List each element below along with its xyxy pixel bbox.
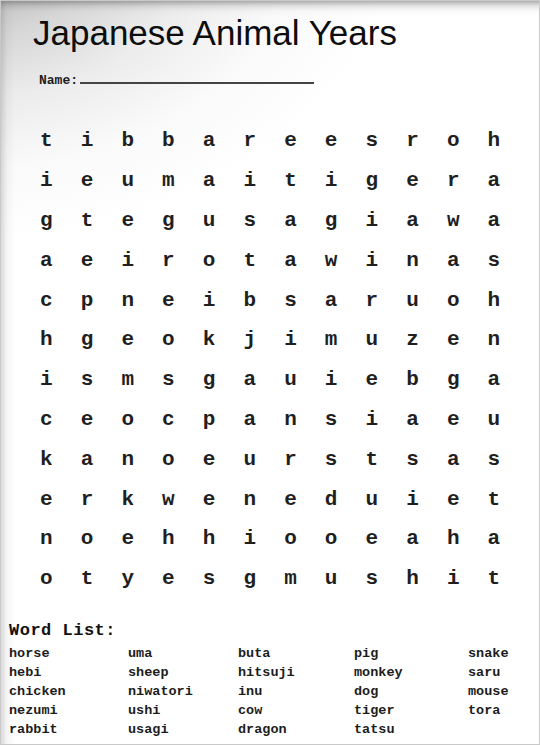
grid-cell-r3c5: u — [189, 201, 230, 241]
grid-cell-r1c3: b — [107, 121, 148, 161]
grid-cell-r8c5: p — [189, 400, 230, 440]
grid-cell-r10c2: r — [67, 479, 108, 519]
grid-cell-r10c11: e — [433, 479, 474, 519]
grid-cell-r12c8: u — [311, 559, 352, 599]
grid-cell-r12c3: y — [107, 559, 148, 599]
grid-cell-r9c12: s — [474, 439, 515, 479]
grid-cell-r4c6: t — [229, 240, 270, 280]
grid-cell-r5c11: o — [433, 280, 474, 320]
grid-cell-r1c10: r — [392, 121, 433, 161]
word-item-ushi: ushi — [128, 701, 238, 720]
grid-cell-r9c9: t — [352, 439, 393, 479]
word-item-sheep: sheep — [128, 663, 238, 682]
grid-cell-r1c12: h — [474, 121, 515, 161]
grid-cell-r7c1: i — [26, 360, 67, 400]
grid-cell-r6c7: i — [270, 320, 311, 360]
grid-cell-r11c5: h — [189, 519, 230, 559]
name-blank-line — [80, 69, 314, 84]
word-item-hebi: hebi — [9, 663, 128, 682]
grid-cell-r6c8: m — [311, 320, 352, 360]
grid-cell-r3c9: i — [352, 201, 393, 241]
grid-cell-r4c11: a — [433, 240, 474, 280]
word-list-grid: horseumabutapigsnakehebisheephitsujimonk… — [9, 644, 537, 739]
word-item-empty — [468, 720, 537, 739]
grid-cell-r12c2: t — [67, 559, 108, 599]
grid-cell-r9c3: n — [107, 439, 148, 479]
grid-cell-r2c4: m — [148, 161, 189, 201]
grid-cell-r9c4: o — [148, 439, 189, 479]
grid-cell-r11c10: a — [392, 519, 433, 559]
grid-cell-r6c4: o — [148, 320, 189, 360]
grid-cell-r6c3: e — [107, 320, 148, 360]
grid-cell-r4c9: i — [352, 240, 393, 280]
grid-cell-r1c9: s — [352, 121, 393, 161]
grid-cell-r10c4: w — [148, 479, 189, 519]
grid-cell-r7c7: u — [270, 360, 311, 400]
word-item-nezumi: nezumi — [9, 701, 128, 720]
grid-cell-r4c5: o — [189, 240, 230, 280]
grid-cell-r4c1: a — [26, 240, 67, 280]
grid-cell-r7c12: a — [474, 360, 515, 400]
word-item-chicken: chicken — [9, 682, 128, 701]
grid-cell-r5c12: h — [474, 280, 515, 320]
grid-cell-r2c5: a — [189, 161, 230, 201]
grid-cell-r9c1: k — [26, 439, 67, 479]
grid-cell-r11c9: e — [352, 519, 393, 559]
grid-cell-r3c8: g — [311, 201, 352, 241]
grid-cell-r7c8: i — [311, 360, 352, 400]
grid-cell-r10c7: e — [270, 479, 311, 519]
word-list-heading: Word List: — [9, 620, 537, 642]
word-item-uma: uma — [128, 644, 238, 663]
grid-cell-r3c3: e — [107, 201, 148, 241]
grid-cell-r4c10: n — [392, 240, 433, 280]
grid-cell-r5c3: n — [107, 280, 148, 320]
grid-cell-r6c10: z — [392, 320, 433, 360]
grid-cell-r10c8: d — [311, 479, 352, 519]
grid-cell-r10c3: k — [107, 479, 148, 519]
grid-cell-r1c4: b — [148, 121, 189, 161]
word-item-snake: snake — [468, 644, 537, 663]
grid-cell-r3c11: w — [433, 201, 474, 241]
grid-cell-r7c4: s — [148, 360, 189, 400]
grid-cell-r11c8: o — [311, 519, 352, 559]
word-item-buta: buta — [238, 644, 354, 663]
grid-cell-r6c11: e — [433, 320, 474, 360]
grid-cell-r5c1: c — [26, 280, 67, 320]
grid-cell-r8c4: c — [148, 400, 189, 440]
grid-cell-r4c3: i — [107, 240, 148, 280]
grid-cell-r4c12: s — [474, 240, 515, 280]
grid-cell-r11c7: o — [270, 519, 311, 559]
grid-cell-r9c2: a — [67, 439, 108, 479]
grid-cell-r5c4: e — [148, 280, 189, 320]
grid-cell-r8c12: u — [474, 400, 515, 440]
grid-cell-r11c11: h — [433, 519, 474, 559]
grid-cell-r9c7: r — [270, 439, 311, 479]
grid-cell-r2c8: i — [311, 161, 352, 201]
grid-cell-r11c3: e — [107, 519, 148, 559]
grid-cell-r5c5: i — [189, 280, 230, 320]
grid-cell-r12c1: o — [26, 559, 67, 599]
word-item-rabbit: rabbit — [9, 720, 128, 739]
grid-cell-r8c3: o — [107, 400, 148, 440]
name-row: Name: — [39, 69, 314, 88]
grid-cell-r8c2: e — [67, 400, 108, 440]
grid-cell-r5c8: a — [311, 280, 352, 320]
grid-cell-r2c1: i — [26, 161, 67, 201]
grid-cell-r1c8: e — [311, 121, 352, 161]
grid-cell-r5c10: u — [392, 280, 433, 320]
word-item-horse: horse — [9, 644, 128, 663]
grid-cell-r7c11: g — [433, 360, 474, 400]
word-item-usagi: usagi — [128, 720, 238, 739]
grid-cell-r12c10: h — [392, 559, 433, 599]
grid-cell-r7c10: b — [392, 360, 433, 400]
word-item-pig: pig — [354, 644, 468, 663]
grid-cell-r10c5: e — [189, 479, 230, 519]
grid-cell-r10c12: t — [474, 479, 515, 519]
grid-cell-r1c2: i — [67, 121, 108, 161]
word-item-dog: dog — [354, 682, 468, 701]
grid-cell-r12c5: s — [189, 559, 230, 599]
word-item-inu: inu — [238, 682, 354, 701]
word-item-dragon: dragon — [238, 720, 354, 739]
grid-cell-r12c12: t — [474, 559, 515, 599]
grid-cell-r8c7: n — [270, 400, 311, 440]
grid-cell-r7c5: g — [189, 360, 230, 400]
grid-cell-r4c8: w — [311, 240, 352, 280]
grid-cell-r11c12: a — [474, 519, 515, 559]
grid-cell-r12c11: i — [433, 559, 474, 599]
grid-cell-r5c2: p — [67, 280, 108, 320]
grid-cell-r8c6: a — [229, 400, 270, 440]
grid-cell-r3c12: a — [474, 201, 515, 241]
grid-cell-r10c10: i — [392, 479, 433, 519]
grid-cell-r2c10: e — [392, 161, 433, 201]
grid-cell-r4c2: e — [67, 240, 108, 280]
grid-cell-r11c2: o — [67, 519, 108, 559]
grid-cell-r8c8: s — [311, 400, 352, 440]
grid-cell-r5c7: s — [270, 280, 311, 320]
grid-cell-r9c11: a — [433, 439, 474, 479]
grid-cell-r1c1: t — [26, 121, 67, 161]
word-item-monkey: monkey — [354, 663, 468, 682]
grid-cell-r5c6: b — [229, 280, 270, 320]
word-item-tora: tora — [468, 701, 537, 720]
grid-cell-r2c7: t — [270, 161, 311, 201]
grid-cell-r7c9: e — [352, 360, 393, 400]
grid-cell-r12c9: s — [352, 559, 393, 599]
word-item-tiger: tiger — [354, 701, 468, 720]
grid-cell-r6c5: k — [189, 320, 230, 360]
grid-cell-r12c7: m — [270, 559, 311, 599]
grid-cell-r3c2: t — [67, 201, 108, 241]
grid-cell-r6c12: n — [474, 320, 515, 360]
grid-cell-r6c6: j — [229, 320, 270, 360]
worksheet-page: Japanese Animal Years Name: tibbareesroh… — [0, 0, 540, 745]
grid-cell-r4c4: r — [148, 240, 189, 280]
grid-cell-r3c10: a — [392, 201, 433, 241]
grid-cell-r8c10: a — [392, 400, 433, 440]
worksheet-screenshot: Japanese Animal Years Name: tibbareesroh… — [0, 0, 540, 745]
word-item-tatsu: tatsu — [354, 720, 468, 739]
grid-cell-r2c11: r — [433, 161, 474, 201]
grid-cell-r10c6: n — [229, 479, 270, 519]
grid-cell-r8c9: i — [352, 400, 393, 440]
grid-cell-r11c4: h — [148, 519, 189, 559]
grid-cell-r8c11: e — [433, 400, 474, 440]
grid-cell-r7c3: m — [107, 360, 148, 400]
grid-cell-r3c6: s — [229, 201, 270, 241]
grid-cell-r1c7: e — [270, 121, 311, 161]
grid-cell-r6c2: g — [67, 320, 108, 360]
word-item-hitsuji: hitsuji — [238, 663, 354, 682]
grid-cell-r10c1: e — [26, 479, 67, 519]
grid-cell-r1c5: a — [189, 121, 230, 161]
grid-cell-r3c7: a — [270, 201, 311, 241]
grid-cell-r9c8: s — [311, 439, 352, 479]
grid-cell-r2c3: u — [107, 161, 148, 201]
word-item-mouse: mouse — [468, 682, 537, 701]
grid-cell-r3c4: g — [148, 201, 189, 241]
grid-cell-r3c1: g — [26, 201, 67, 241]
grid-cell-r2c12: a — [474, 161, 515, 201]
grid-cell-r6c9: u — [352, 320, 393, 360]
grid-cell-r5c9: r — [352, 280, 393, 320]
grid-cell-r9c10: s — [392, 439, 433, 479]
word-list-section: Word List: horseumabutapigsnakehebisheep… — [9, 620, 537, 739]
word-item-saru: saru — [468, 663, 537, 682]
grid-cell-r10c9: u — [352, 479, 393, 519]
page-title: Japanese Animal Years — [33, 9, 397, 57]
grid-cell-r2c6: i — [229, 161, 270, 201]
grid-cell-r12c6: g — [229, 559, 270, 599]
word-item-niwatori: niwatori — [128, 682, 238, 701]
grid-cell-r2c2: e — [67, 161, 108, 201]
grid-cell-r4c7: a — [270, 240, 311, 280]
grid-cell-r6c1: h — [26, 320, 67, 360]
grid-cell-r11c1: n — [26, 519, 67, 559]
grid-cell-r12c4: e — [148, 559, 189, 599]
grid-cell-r7c6: a — [229, 360, 270, 400]
grid-cell-r2c9: g — [352, 161, 393, 201]
word-item-cow: cow — [238, 701, 354, 720]
name-label: Name: — [39, 73, 78, 88]
grid-cell-r11c6: i — [229, 519, 270, 559]
grid-cell-r7c2: s — [67, 360, 108, 400]
grid-cell-r8c1: c — [26, 400, 67, 440]
grid-cell-r1c11: o — [433, 121, 474, 161]
grid-cell-r9c6: u — [229, 439, 270, 479]
grid-cell-r1c6: r — [229, 121, 270, 161]
word-search-grid: tibbareesrohieumaitigeragtegusagiawaaeir… — [26, 121, 514, 599]
grid-cell-r9c5: e — [189, 439, 230, 479]
